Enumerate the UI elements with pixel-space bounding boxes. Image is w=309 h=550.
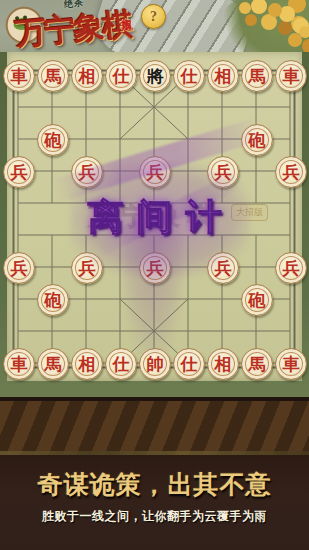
- piece-馬-red[interactable]: 馬: [241, 60, 273, 92]
- piece-馬-red[interactable]: 馬: [241, 348, 273, 380]
- piece-砲-red[interactable]: 砲: [37, 124, 69, 156]
- wooden-table-edge: [0, 397, 309, 455]
- footer-subline: 胜败于一线之间，让你翻手为云覆手为雨: [0, 508, 309, 525]
- yellow-leaves-decoration: [239, 2, 251, 14]
- piece-兵-red[interactable]: 兵: [207, 156, 239, 188]
- piece-兵-red[interactable]: 兵: [139, 252, 171, 284]
- piece-兵-red[interactable]: 兵: [71, 252, 103, 284]
- piece-馬-red[interactable]: 馬: [37, 60, 69, 92]
- footer-panel: 奇谋诡策，出其不意 胜败于一线之间，让你翻手为云覆手为雨: [0, 455, 309, 550]
- piece-馬-red[interactable]: 馬: [37, 348, 69, 380]
- yellow-leaves-decoration: [299, 26, 309, 38]
- piece-仕-red[interactable]: 仕: [173, 60, 205, 92]
- piece-兵-red[interactable]: 兵: [3, 252, 35, 284]
- help-button[interactable]: ?: [141, 4, 166, 29]
- piece-車-red[interactable]: 車: [3, 60, 35, 92]
- piece-砲-red[interactable]: 砲: [241, 124, 273, 156]
- strategy-title: 离间计: [0, 193, 309, 242]
- piece-帥-red[interactable]: 帥: [139, 348, 171, 380]
- top-scene: 绝杀 万宁象棋 大招版 ?: [0, 0, 309, 52]
- piece-相-red[interactable]: 相: [71, 348, 103, 380]
- footer-headline: 奇谋诡策，出其不意: [0, 468, 309, 501]
- piece-仕-red[interactable]: 仕: [173, 348, 205, 380]
- piece-兵-red[interactable]: 兵: [207, 252, 239, 284]
- piece-車-red[interactable]: 車: [275, 60, 307, 92]
- piece-兵-red[interactable]: 兵: [275, 156, 307, 188]
- piece-車-red[interactable]: 車: [275, 348, 307, 380]
- piece-砲-red[interactable]: 砲: [37, 284, 69, 316]
- piece-兵-red[interactable]: 兵: [275, 252, 307, 284]
- piece-相-red[interactable]: 相: [207, 60, 239, 92]
- piece-車-red[interactable]: 車: [3, 348, 35, 380]
- piece-仕-red[interactable]: 仕: [105, 348, 137, 380]
- xiangqi-board[interactable]: 万宁象棋 大招版 車馬相仕將仕相馬車砲砲兵兵兵兵兵兵兵兵兵兵砲砲車馬相仕帥仕相馬…: [0, 52, 309, 397]
- piece-砲-red[interactable]: 砲: [241, 284, 273, 316]
- app-screen: 绝杀 万宁象棋 大招版 ? 万宁象棋 大招版 車馬相仕將仕相馬車砲砲兵兵兵兵兵兵…: [0, 0, 309, 550]
- piece-相-red[interactable]: 相: [207, 348, 239, 380]
- piece-兵-red[interactable]: 兵: [3, 156, 35, 188]
- piece-仕-red[interactable]: 仕: [105, 60, 137, 92]
- bush-decoration: [219, 0, 309, 52]
- piece-相-red[interactable]: 相: [71, 60, 103, 92]
- piece-兵-red[interactable]: 兵: [139, 156, 171, 188]
- piece-兵-red[interactable]: 兵: [71, 156, 103, 188]
- piece-將-black[interactable]: 將: [139, 60, 171, 92]
